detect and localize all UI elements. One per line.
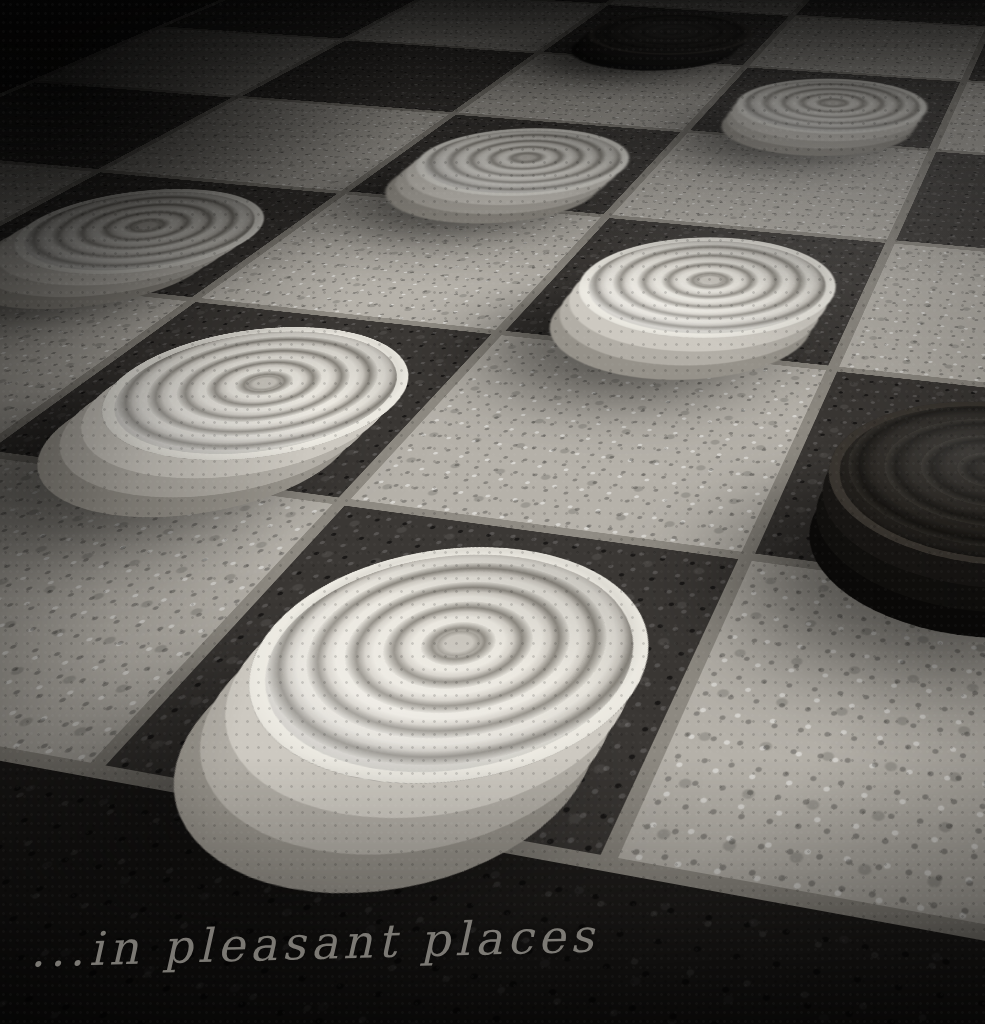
black-checker-piece: ⛂	[798, 387, 985, 587]
white-checker-piece: ⛀	[715, 73, 940, 140]
white-checker-piece: ⛀	[541, 228, 857, 350]
black-checker-piece: ⛂	[565, 10, 769, 60]
checkers-photo: ⛂⛀⛀⛀⛀⛀⛂⛀ ...in pleasant places	[0, 0, 985, 1024]
checkers-board: ⛂⛀⛀⛀⛀⛀⛂⛀	[0, 0, 985, 1024]
white-checker-piece: ⛀	[380, 122, 655, 205]
board-with-rail: ⛂⛀⛀⛀⛀⛀⛂⛀	[0, 0, 985, 1024]
